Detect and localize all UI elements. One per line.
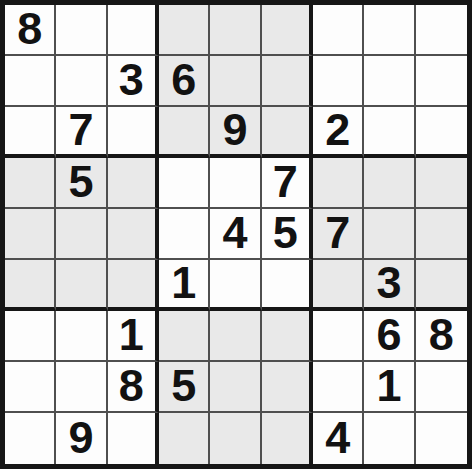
- cell-r2c8[interactable]: [364, 56, 415, 107]
- sudoku-board: 836792574571316885194: [0, 0, 472, 469]
- given-digit: 5: [273, 210, 298, 255]
- cell-r3c3[interactable]: [108, 107, 159, 158]
- given-digit: 5: [68, 159, 93, 204]
- cell-r8c7[interactable]: [313, 362, 364, 413]
- given-digit: 6: [376, 312, 401, 357]
- cell-r5c4[interactable]: [159, 209, 210, 260]
- cell-r9c3[interactable]: [108, 413, 159, 464]
- given-digit: 7: [273, 159, 298, 204]
- cell-r3c5[interactable]: 9: [210, 107, 261, 158]
- cell-r6c7[interactable]: [313, 260, 364, 311]
- cell-r9c1[interactable]: [5, 413, 56, 464]
- cell-r3c9[interactable]: [416, 107, 467, 158]
- cell-r2c4[interactable]: 6: [159, 56, 210, 107]
- given-digit: 7: [68, 107, 93, 152]
- cell-r5c2[interactable]: [56, 209, 107, 260]
- cell-r6c3[interactable]: [108, 260, 159, 311]
- cell-r2c6[interactable]: [262, 56, 313, 107]
- cell-r7c8[interactable]: 6: [364, 311, 415, 362]
- cell-r4c7[interactable]: [313, 158, 364, 209]
- cell-r9c4[interactable]: [159, 413, 210, 464]
- cell-r6c5[interactable]: [210, 260, 261, 311]
- cell-r7c7[interactable]: [313, 311, 364, 362]
- cell-r9c6[interactable]: [262, 413, 313, 464]
- cell-r6c1[interactable]: [5, 260, 56, 311]
- cell-r7c1[interactable]: [5, 311, 56, 362]
- given-digit: 4: [325, 415, 350, 460]
- cell-r1c9[interactable]: [416, 5, 467, 56]
- cell-r8c3[interactable]: 8: [108, 362, 159, 413]
- cell-r3c4[interactable]: [159, 107, 210, 158]
- cell-r6c4[interactable]: 1: [159, 260, 210, 311]
- cell-r2c3[interactable]: 3: [108, 56, 159, 107]
- given-digit: 9: [68, 415, 93, 460]
- cell-r2c2[interactable]: [56, 56, 107, 107]
- cell-r4c1[interactable]: [5, 158, 56, 209]
- cell-r3c1[interactable]: [5, 107, 56, 158]
- cell-r8c6[interactable]: [262, 362, 313, 413]
- cell-r5c8[interactable]: [364, 209, 415, 260]
- cell-r1c4[interactable]: [159, 5, 210, 56]
- cell-r6c2[interactable]: [56, 260, 107, 311]
- cell-r5c5[interactable]: 4: [210, 209, 261, 260]
- cell-r1c3[interactable]: [108, 5, 159, 56]
- cell-r4c9[interactable]: [416, 158, 467, 209]
- given-digit: 4: [222, 210, 247, 255]
- given-digit: 8: [17, 6, 42, 51]
- given-digit: 8: [429, 312, 454, 357]
- cell-r7c2[interactable]: [56, 311, 107, 362]
- cell-r9c9[interactable]: [416, 413, 467, 464]
- cell-r8c1[interactable]: [5, 362, 56, 413]
- cell-r5c9[interactable]: [416, 209, 467, 260]
- cell-r2c7[interactable]: [313, 56, 364, 107]
- cell-r5c1[interactable]: [5, 209, 56, 260]
- cell-r9c5[interactable]: [210, 413, 261, 464]
- given-digit: 1: [376, 363, 401, 408]
- cell-r6c6[interactable]: [262, 260, 313, 311]
- cell-r6c9[interactable]: [416, 260, 467, 311]
- given-digit: 1: [171, 260, 196, 305]
- cell-r9c7[interactable]: 4: [313, 413, 364, 464]
- given-digit: 8: [119, 363, 144, 408]
- given-digit: 1: [119, 312, 144, 357]
- cell-r1c6[interactable]: [262, 5, 313, 56]
- cell-r5c3[interactable]: [108, 209, 159, 260]
- cell-r1c8[interactable]: [364, 5, 415, 56]
- cell-r1c2[interactable]: [56, 5, 107, 56]
- cell-r6c8[interactable]: 3: [364, 260, 415, 311]
- cell-r5c7[interactable]: 7: [313, 209, 364, 260]
- given-digit: 5: [171, 363, 196, 408]
- cell-r8c2[interactable]: [56, 362, 107, 413]
- cell-r4c8[interactable]: [364, 158, 415, 209]
- cell-r3c6[interactable]: [262, 107, 313, 158]
- cell-r7c4[interactable]: [159, 311, 210, 362]
- given-digit: 3: [376, 260, 401, 305]
- cell-r9c2[interactable]: 9: [56, 413, 107, 464]
- cell-r2c1[interactable]: [5, 56, 56, 107]
- cell-r9c8[interactable]: [364, 413, 415, 464]
- cell-r1c1[interactable]: 8: [5, 5, 56, 56]
- cell-r4c2[interactable]: 5: [56, 158, 107, 209]
- cell-r7c9[interactable]: 8: [416, 311, 467, 362]
- given-digit: 7: [325, 210, 350, 255]
- cell-r8c5[interactable]: [210, 362, 261, 413]
- cell-r4c3[interactable]: [108, 158, 159, 209]
- cell-r8c9[interactable]: [416, 362, 467, 413]
- cell-r8c4[interactable]: 5: [159, 362, 210, 413]
- cell-r4c4[interactable]: [159, 158, 210, 209]
- cell-r4c5[interactable]: [210, 158, 261, 209]
- cell-r4c6[interactable]: 7: [262, 158, 313, 209]
- given-digit: 9: [222, 107, 247, 152]
- given-digit: 6: [171, 57, 196, 102]
- cell-r3c8[interactable]: [364, 107, 415, 158]
- cell-r5c6[interactable]: 5: [262, 209, 313, 260]
- cell-r1c5[interactable]: [210, 5, 261, 56]
- given-digit: 3: [119, 57, 144, 102]
- cell-r2c5[interactable]: [210, 56, 261, 107]
- cell-r7c6[interactable]: [262, 311, 313, 362]
- cell-r2c9[interactable]: [416, 56, 467, 107]
- cell-r1c7[interactable]: [313, 5, 364, 56]
- cell-r8c8[interactable]: 1: [364, 362, 415, 413]
- cell-r3c2[interactable]: 7: [56, 107, 107, 158]
- cell-r7c3[interactable]: 1: [108, 311, 159, 362]
- cell-r3c7[interactable]: 2: [313, 107, 364, 158]
- cell-r7c5[interactable]: [210, 311, 261, 362]
- given-digit: 2: [325, 107, 350, 152]
